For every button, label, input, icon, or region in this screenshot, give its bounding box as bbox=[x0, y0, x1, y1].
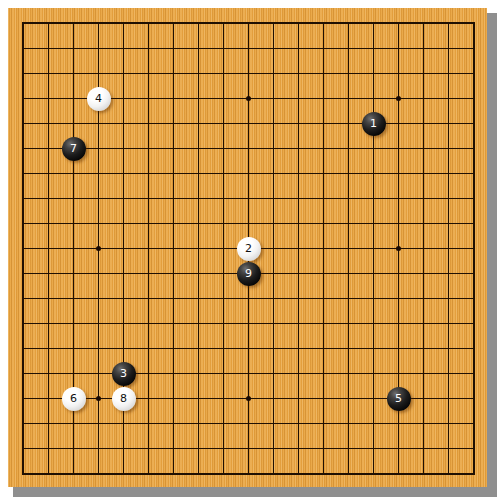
go-stone-9[interactable]: 9 bbox=[237, 262, 261, 286]
star-point bbox=[396, 246, 401, 251]
go-stone-4[interactable]: 4 bbox=[87, 87, 111, 111]
move-number: 3 bbox=[120, 368, 127, 379]
go-stone-2[interactable]: 2 bbox=[237, 237, 261, 261]
go-stone-3[interactable]: 3 bbox=[112, 362, 136, 386]
move-number: 4 bbox=[95, 93, 102, 104]
star-point bbox=[246, 96, 251, 101]
go-stone-5[interactable]: 5 bbox=[387, 387, 411, 411]
move-number: 5 bbox=[395, 393, 402, 404]
move-number: 2 bbox=[245, 243, 252, 254]
star-point bbox=[246, 396, 251, 401]
go-stone-8[interactable]: 8 bbox=[112, 387, 136, 411]
go-stone-6[interactable]: 6 bbox=[62, 387, 86, 411]
star-point bbox=[96, 396, 101, 401]
go-diagram: 123456789 bbox=[0, 0, 500, 500]
move-number: 7 bbox=[70, 143, 77, 154]
move-number: 6 bbox=[70, 393, 77, 404]
star-point bbox=[96, 246, 101, 251]
go-stone-7[interactable]: 7 bbox=[62, 137, 86, 161]
go-board-grid[interactable]: 123456789 bbox=[23, 23, 474, 474]
move-number: 8 bbox=[120, 393, 127, 404]
move-number: 1 bbox=[370, 118, 377, 129]
go-stone-1[interactable]: 1 bbox=[362, 112, 386, 136]
go-board[interactable]: 123456789 bbox=[8, 8, 487, 487]
move-number: 9 bbox=[245, 268, 252, 279]
star-point bbox=[396, 96, 401, 101]
